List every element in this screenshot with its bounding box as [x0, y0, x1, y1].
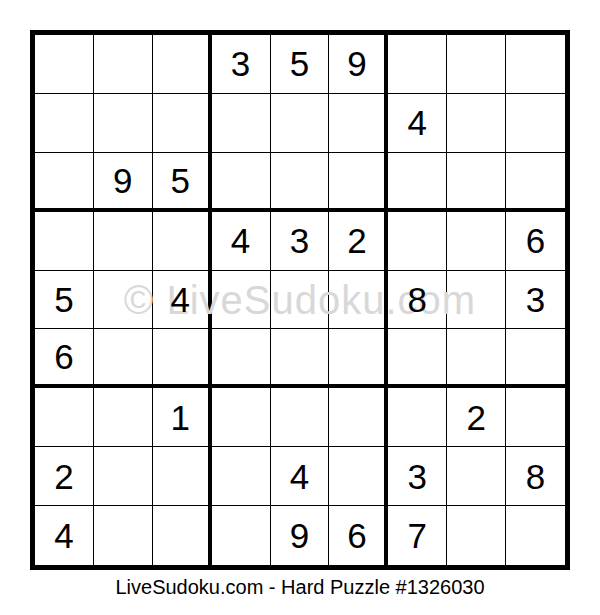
cell-r8c4[interactable] [212, 447, 271, 506]
cell-r3c8[interactable] [447, 153, 506, 212]
cell-r4c1[interactable] [35, 212, 94, 271]
cell-digit: 9 [113, 163, 132, 198]
cell-digit: 4 [408, 105, 427, 140]
cell-r1c8[interactable] [447, 35, 506, 94]
cell-r3c2[interactable]: 9 [94, 153, 153, 212]
sudoku-grid: © LiveSudoku.com 35949543265483612243849… [30, 30, 570, 570]
cell-r9c6[interactable]: 6 [329, 506, 388, 565]
cell-r2c9[interactable] [506, 94, 565, 153]
cell-r5c7[interactable]: 8 [388, 271, 447, 330]
cell-r9c8[interactable] [447, 506, 506, 565]
cell-r1c7[interactable] [388, 35, 447, 94]
cell-r4c3[interactable] [153, 212, 212, 271]
cell-r1c6[interactable]: 9 [329, 35, 388, 94]
cell-r9c4[interactable] [212, 506, 271, 565]
cell-r3c7[interactable] [388, 153, 447, 212]
cell-r3c9[interactable] [506, 153, 565, 212]
cell-r1c1[interactable] [35, 35, 94, 94]
sudoku-page: © LiveSudoku.com 35949543265483612243849… [0, 0, 600, 615]
cell-r6c7[interactable] [388, 329, 447, 388]
cell-r2c6[interactable] [329, 94, 388, 153]
cell-r3c5[interactable] [271, 153, 330, 212]
cell-digit: 5 [290, 46, 309, 81]
cell-r1c9[interactable] [506, 35, 565, 94]
cell-r2c4[interactable] [212, 94, 271, 153]
cell-r6c3[interactable] [153, 329, 212, 388]
cell-r3c4[interactable] [212, 153, 271, 212]
cell-digit: 4 [170, 282, 189, 317]
cell-r5c4[interactable] [212, 271, 271, 330]
cell-r9c7[interactable]: 7 [388, 506, 447, 565]
cell-r6c4[interactable] [212, 329, 271, 388]
cell-r4c9[interactable]: 6 [506, 212, 565, 271]
cell-r9c5[interactable]: 9 [271, 506, 330, 565]
cell-r8c3[interactable] [153, 447, 212, 506]
cell-digit: 3 [526, 282, 545, 317]
cell-r8c1[interactable]: 2 [35, 447, 94, 506]
cell-r7c6[interactable] [329, 388, 388, 447]
cell-digit: 4 [231, 223, 250, 258]
cell-digit: 3 [290, 223, 309, 258]
cell-r1c3[interactable] [153, 35, 212, 94]
cell-digit: 5 [170, 163, 189, 198]
caption: LiveSudoku.com - Hard Puzzle #1326030 [0, 576, 600, 599]
cell-r7c4[interactable] [212, 388, 271, 447]
cell-r3c3[interactable]: 5 [153, 153, 212, 212]
cell-r5c2[interactable] [94, 271, 153, 330]
cell-r6c9[interactable] [506, 329, 565, 388]
cell-r4c7[interactable] [388, 212, 447, 271]
cell-r8c5[interactable]: 4 [271, 447, 330, 506]
cell-r4c2[interactable] [94, 212, 153, 271]
cell-digit: 9 [290, 518, 309, 553]
cell-r9c3[interactable] [153, 506, 212, 565]
cell-digit: 2 [466, 400, 485, 435]
cell-r1c5[interactable]: 5 [271, 35, 330, 94]
cell-digit: 9 [347, 46, 366, 81]
cell-r7c5[interactable] [271, 388, 330, 447]
cell-r8c9[interactable]: 8 [506, 447, 565, 506]
cell-r4c4[interactable]: 4 [212, 212, 271, 271]
cell-r8c2[interactable] [94, 447, 153, 506]
cell-r7c9[interactable] [506, 388, 565, 447]
cell-r9c9[interactable] [506, 506, 565, 565]
cell-r7c1[interactable] [35, 388, 94, 447]
cell-r9c1[interactable]: 4 [35, 506, 94, 565]
cell-digit: 2 [54, 459, 73, 494]
cell-r7c2[interactable] [94, 388, 153, 447]
cell-r8c6[interactable] [329, 447, 388, 506]
cell-r6c2[interactable] [94, 329, 153, 388]
cell-r3c6[interactable] [329, 153, 388, 212]
cell-r5c8[interactable] [447, 271, 506, 330]
cell-r5c6[interactable] [329, 271, 388, 330]
cell-digit: 6 [347, 518, 366, 553]
cell-r8c7[interactable]: 3 [388, 447, 447, 506]
cell-digit: 2 [347, 223, 366, 258]
cell-r3c1[interactable] [35, 153, 94, 212]
cell-digit: 4 [290, 459, 309, 494]
cell-r4c6[interactable]: 2 [329, 212, 388, 271]
cell-r2c5[interactable] [271, 94, 330, 153]
cell-r6c6[interactable] [329, 329, 388, 388]
cell-r6c8[interactable] [447, 329, 506, 388]
cell-r1c2[interactable] [94, 35, 153, 94]
cell-r2c3[interactable] [153, 94, 212, 153]
cell-r7c7[interactable] [388, 388, 447, 447]
cell-digit: 6 [54, 339, 73, 374]
cell-digit: 7 [408, 518, 427, 553]
cell-r9c2[interactable] [94, 506, 153, 565]
cell-digit: 8 [526, 459, 545, 494]
cell-r2c8[interactable] [447, 94, 506, 153]
cell-r6c1[interactable]: 6 [35, 329, 94, 388]
cell-r2c7[interactable]: 4 [388, 94, 447, 153]
cell-r5c5[interactable] [271, 271, 330, 330]
cell-r4c8[interactable] [447, 212, 506, 271]
cell-r5c1[interactable]: 5 [35, 271, 94, 330]
cell-r4c5[interactable]: 3 [271, 212, 330, 271]
cell-digit: 3 [408, 459, 427, 494]
cell-digit: 8 [408, 282, 427, 317]
cell-r7c3[interactable]: 1 [153, 388, 212, 447]
cell-digit: 3 [231, 46, 250, 81]
cell-r8c8[interactable] [447, 447, 506, 506]
cell-r2c1[interactable] [35, 94, 94, 153]
cell-r1c4[interactable]: 3 [212, 35, 271, 94]
cell-digit: 5 [54, 282, 73, 317]
cell-r5c3[interactable]: 4 [153, 271, 212, 330]
cell-r6c5[interactable] [271, 329, 330, 388]
cell-r2c2[interactable] [94, 94, 153, 153]
cell-digit: 1 [170, 400, 189, 435]
cell-r7c8[interactable]: 2 [447, 388, 506, 447]
cell-r5c9[interactable]: 3 [506, 271, 565, 330]
cell-digit: 6 [526, 223, 545, 258]
cell-digit: 4 [54, 518, 73, 553]
